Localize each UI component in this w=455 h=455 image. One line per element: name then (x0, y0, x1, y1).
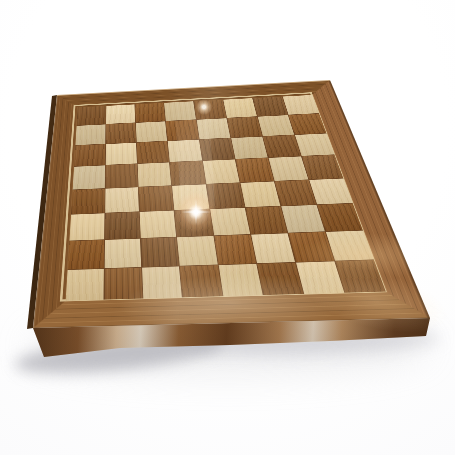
square-r6c1 (105, 238, 142, 268)
square-r1c0 (75, 124, 105, 145)
square-r0c4 (194, 100, 227, 120)
board-shadow-right (190, 326, 441, 359)
square-r7c1 (104, 268, 142, 300)
square-r0c0 (77, 106, 106, 126)
square-r5c0 (69, 213, 104, 240)
square-r5c1 (105, 212, 140, 239)
square-r5c5 (245, 206, 287, 234)
square-r7c7 (335, 260, 386, 293)
square-r5c3 (175, 209, 213, 237)
square-r3c2 (138, 163, 172, 187)
square-r1c5 (227, 117, 262, 138)
square-r0c2 (135, 103, 165, 123)
square-r3c7 (302, 155, 343, 179)
square-r5c2 (140, 210, 177, 238)
square-r2c5 (231, 137, 268, 159)
square-r1c2 (136, 121, 167, 142)
board-shadow (28, 318, 428, 376)
square-r0c6 (253, 97, 288, 117)
square-r4c7 (309, 178, 352, 204)
photo-background (0, 0, 455, 455)
square-r3c5 (235, 158, 273, 182)
square-r7c3 (180, 265, 222, 297)
square-r1c1 (106, 123, 136, 144)
square-r4c2 (139, 186, 174, 212)
square-r2c7 (295, 134, 335, 157)
square-r2c4 (199, 138, 234, 160)
square-r4c3 (172, 184, 209, 210)
square-r1c4 (196, 118, 230, 139)
chess-board (33, 80, 430, 328)
square-r0c7 (283, 95, 319, 115)
square-r1c7 (289, 114, 327, 135)
square-r6c0 (68, 240, 105, 270)
square-r2c1 (106, 143, 137, 165)
square-r3c3 (170, 161, 205, 185)
square-r6c4 (214, 235, 256, 265)
square-r0c5 (223, 98, 257, 118)
playing-field (66, 95, 386, 301)
square-r6c3 (177, 236, 217, 266)
square-r3c0 (73, 166, 105, 190)
square-r4c5 (240, 181, 280, 207)
square-r5c4 (210, 208, 250, 236)
board-shadow-left (13, 327, 225, 381)
square-r3c4 (203, 160, 240, 184)
square-r0c1 (106, 104, 135, 124)
square-r4c4 (206, 183, 244, 209)
square-r7c2 (142, 266, 182, 298)
square-r3c1 (106, 164, 138, 188)
square-r4c1 (105, 187, 139, 213)
square-r0c3 (164, 101, 195, 121)
square-r6c7 (326, 230, 374, 260)
square-r7c0 (66, 269, 104, 301)
square-r5c7 (317, 203, 363, 231)
square-r2c3 (168, 140, 202, 162)
square-r2c0 (74, 144, 105, 166)
square-r1c3 (166, 120, 199, 141)
square-r4c0 (71, 188, 105, 213)
square-r6c5 (251, 233, 295, 263)
square-r7c4 (218, 264, 262, 296)
square-r2c2 (137, 141, 169, 163)
square-r6c2 (141, 237, 179, 267)
